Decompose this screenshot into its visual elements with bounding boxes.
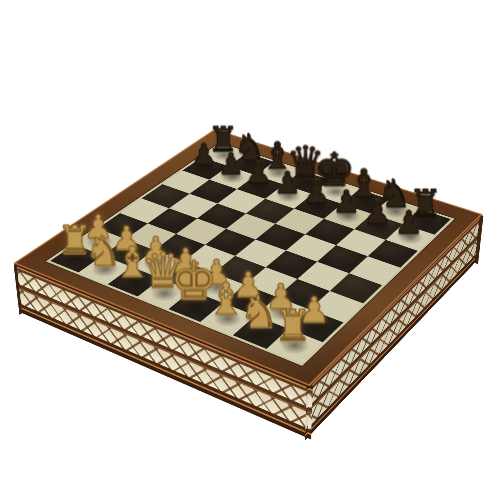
product-photo: ♜♞♝♛♚♝♞♜♟♟♟♟♟♟♟♟♟♟♟♟♟♟♟♟♜♞♝♛♚♝♞♜ xyxy=(0,0,500,500)
piece-black-pawn[interactable]: ♟ xyxy=(349,207,469,239)
piece-white-rook[interactable]: ♜ xyxy=(225,304,361,347)
chess-board: ♜♞♝♛♚♝♞♜♟♟♟♟♟♟♟♟♟♟♟♟♟♟♟♟♜♞♝♛♚♝♞♜ xyxy=(13,129,482,386)
